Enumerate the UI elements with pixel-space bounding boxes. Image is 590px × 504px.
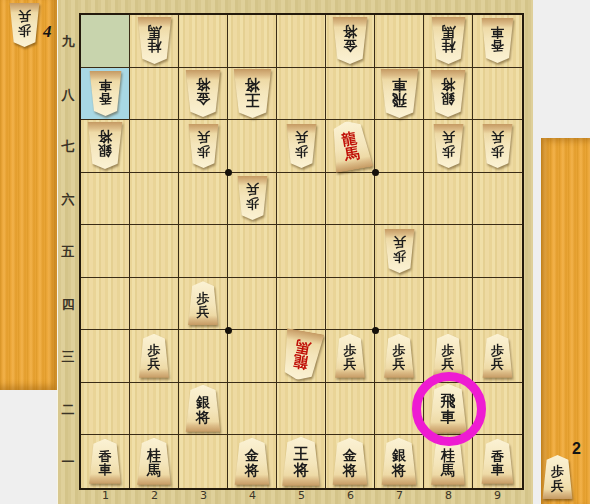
cell-5七[interactable]: 歩兵 <box>277 120 326 173</box>
cell-4三[interactable] <box>228 330 277 383</box>
cell-8六[interactable] <box>424 173 473 226</box>
cell-9八[interactable] <box>473 68 522 121</box>
piece-pawn-rotated[interactable]: 歩兵 <box>433 124 464 168</box>
bottom-player-komadai <box>541 138 590 504</box>
rank-label-1: 一 <box>58 453 78 471</box>
cell-4一[interactable]: 金将 <box>228 435 277 488</box>
cell-1九[interactable] <box>81 15 130 68</box>
cell-7四[interactable] <box>375 278 424 331</box>
cell-5五[interactable] <box>277 225 326 278</box>
star-point <box>225 169 232 176</box>
cell-5三[interactable]: 龍馬 <box>277 330 326 383</box>
piece-gold-rotated[interactable]: 金将 <box>185 70 221 117</box>
file-label-2: 2 <box>151 489 158 502</box>
cell-7七[interactable] <box>375 120 424 173</box>
cell-8九[interactable]: 桂馬 <box>424 15 473 68</box>
cell-3二[interactable]: 銀将 <box>179 383 228 436</box>
hand-piece-top-pawn[interactable]: 歩兵 <box>9 3 40 47</box>
cell-3七[interactable]: 歩兵 <box>179 120 228 173</box>
piece-promoted-bishop[interactable]: 龍馬 <box>327 118 374 173</box>
rank-label-8: 八 <box>58 86 78 104</box>
piece-silver-rotated[interactable]: 銀将 <box>87 122 123 169</box>
cell-4五[interactable] <box>228 225 277 278</box>
rank-label-4: 四 <box>58 296 78 314</box>
piece-pawn[interactable]: 歩兵 <box>335 334 366 378</box>
cell-1七[interactable]: 銀将 <box>81 120 130 173</box>
cell-5八[interactable] <box>277 68 326 121</box>
rank-label-3: 三 <box>58 348 78 366</box>
cell-2一[interactable]: 桂馬 <box>130 435 179 488</box>
cell-4六[interactable]: 歩兵 <box>228 173 277 226</box>
hand-count-bottom: 2 <box>572 440 581 458</box>
cell-1二[interactable] <box>81 383 130 436</box>
cell-1五[interactable] <box>81 225 130 278</box>
star-point <box>372 327 379 334</box>
hand-count-top: 4 <box>43 22 52 42</box>
cell-3一[interactable] <box>179 435 228 488</box>
piece-silver[interactable]: 銀将 <box>185 385 221 432</box>
cell-3五[interactable] <box>179 225 228 278</box>
cell-3四[interactable]: 歩兵 <box>179 278 228 331</box>
rank-label-7: 七 <box>58 138 78 156</box>
cell-8八[interactable]: 銀将 <box>424 68 473 121</box>
cell-4七[interactable] <box>228 120 277 173</box>
piece-silver[interactable]: 銀将 <box>381 438 417 485</box>
cell-3六[interactable] <box>179 173 228 226</box>
piece-lance[interactable]: 香車 <box>481 439 514 484</box>
cell-6五[interactable] <box>326 225 375 278</box>
cell-2九[interactable]: 桂馬 <box>130 15 179 68</box>
star-point <box>225 327 232 334</box>
cell-5六[interactable] <box>277 173 326 226</box>
piece-king[interactable]: 王将 <box>282 437 321 486</box>
piece-pawn-rotated[interactable]: 歩兵 <box>286 124 317 168</box>
cell-1四[interactable] <box>81 278 130 331</box>
board-grid: 桂馬金将桂馬香車香車金将王将飛車銀将銀将歩兵歩兵龍馬歩兵歩兵歩兵歩兵歩兵歩兵龍馬… <box>79 13 524 490</box>
cell-2五[interactable] <box>130 225 179 278</box>
file-label-1: 1 <box>102 489 109 502</box>
piece-pawn-rotated[interactable]: 歩兵 <box>237 176 268 220</box>
file-label-9: 9 <box>494 489 501 502</box>
piece-pawn[interactable]: 歩兵 <box>384 334 415 378</box>
cell-6九[interactable]: 金将 <box>326 15 375 68</box>
cell-6八[interactable] <box>326 68 375 121</box>
piece-pawn[interactable]: 歩兵 <box>188 281 219 325</box>
piece-lance[interactable]: 香車 <box>89 439 122 484</box>
file-label-8: 8 <box>445 489 452 502</box>
cell-7五[interactable]: 歩兵 <box>375 225 424 278</box>
piece-pawn[interactable]: 歩兵 <box>139 334 170 378</box>
shogi-app: 桂馬金将桂馬香車香車金将王将飛車銀将銀将歩兵歩兵龍馬歩兵歩兵歩兵歩兵歩兵歩兵龍馬… <box>0 0 590 504</box>
rank-label-5: 五 <box>58 243 78 261</box>
cell-3九[interactable] <box>179 15 228 68</box>
cell-2六[interactable] <box>130 173 179 226</box>
piece-knight-rotated[interactable]: 桂馬 <box>137 17 172 64</box>
cell-9三[interactable]: 歩兵 <box>473 330 522 383</box>
cell-5二[interactable] <box>277 383 326 436</box>
cell-1一[interactable]: 香車 <box>81 435 130 488</box>
annotation-circle <box>412 372 486 446</box>
piece-gold[interactable]: 金将 <box>332 438 368 485</box>
rank-label-9: 九 <box>58 33 78 51</box>
cell-7六[interactable] <box>375 173 424 226</box>
cell-7一[interactable]: 銀将 <box>375 435 424 488</box>
cell-2二[interactable] <box>130 383 179 436</box>
cell-2七[interactable] <box>130 120 179 173</box>
cell-6六[interactable] <box>326 173 375 226</box>
cell-6一[interactable]: 金将 <box>326 435 375 488</box>
cell-7九[interactable] <box>375 15 424 68</box>
cell-3三[interactable] <box>179 330 228 383</box>
piece-rook-rotated[interactable]: 飛車 <box>380 69 419 118</box>
shogi-board-panel: 桂馬金将桂馬香車香車金将王将飛車銀将銀将歩兵歩兵龍馬歩兵歩兵歩兵歩兵歩兵歩兵龍馬… <box>57 0 533 504</box>
cell-4九[interactable] <box>228 15 277 68</box>
cell-2八[interactable] <box>130 68 179 121</box>
cell-9六[interactable] <box>473 173 522 226</box>
file-label-6: 6 <box>347 489 354 502</box>
cell-6二[interactable] <box>326 383 375 436</box>
piece-pawn-rotated[interactable]: 歩兵 <box>384 229 415 273</box>
cell-5一[interactable]: 王将 <box>277 435 326 488</box>
star-point <box>372 169 379 176</box>
piece-knight-rotated[interactable]: 桂馬 <box>431 17 466 64</box>
file-label-5: 5 <box>298 489 305 502</box>
file-label-4: 4 <box>249 489 256 502</box>
top-player-komadai <box>0 0 57 390</box>
rank-label-2: 二 <box>58 401 78 419</box>
piece-pawn-rotated[interactable]: 歩兵 <box>9 3 40 47</box>
piece-pawn[interactable]: 歩兵 <box>482 334 513 378</box>
piece-silver-rotated[interactable]: 銀将 <box>430 70 466 117</box>
cell-8七[interactable]: 歩兵 <box>424 120 473 173</box>
piece-knight[interactable]: 桂馬 <box>137 438 172 485</box>
cell-9五[interactable] <box>473 225 522 278</box>
cell-9九[interactable]: 香車 <box>473 15 522 68</box>
piece-gold-rotated[interactable]: 金将 <box>332 17 368 64</box>
piece-pawn-rotated[interactable]: 歩兵 <box>188 124 219 168</box>
piece-lance-rotated[interactable]: 香車 <box>481 18 514 63</box>
cell-1八[interactable]: 香車 <box>81 68 130 121</box>
cell-7三[interactable]: 歩兵 <box>375 330 424 383</box>
cell-9一[interactable]: 香車 <box>473 435 522 488</box>
cell-4八[interactable]: 王将 <box>228 68 277 121</box>
piece-lance-rotated[interactable]: 香車 <box>89 71 122 116</box>
piece-promoted-bishop-rotated[interactable]: 龍馬 <box>278 328 325 383</box>
cell-8五[interactable] <box>424 225 473 278</box>
cell-5九[interactable] <box>277 15 326 68</box>
piece-pawn-rotated[interactable]: 歩兵 <box>482 124 513 168</box>
cell-6四[interactable] <box>326 278 375 331</box>
cell-6三[interactable]: 歩兵 <box>326 330 375 383</box>
cell-8四[interactable] <box>424 278 473 331</box>
cell-2三[interactable]: 歩兵 <box>130 330 179 383</box>
cell-5四[interactable] <box>277 278 326 331</box>
cell-1六[interactable] <box>81 173 130 226</box>
rank-label-6: 六 <box>58 191 78 209</box>
cell-4四[interactable] <box>228 278 277 331</box>
cell-9七[interactable]: 歩兵 <box>473 120 522 173</box>
piece-gold[interactable]: 金将 <box>234 438 270 485</box>
piece-king-rotated[interactable]: 王将 <box>233 69 272 118</box>
cell-4二[interactable] <box>228 383 277 436</box>
piece-pawn[interactable]: 歩兵 <box>542 455 573 499</box>
cell-2四[interactable] <box>130 278 179 331</box>
file-label-7: 7 <box>396 489 403 502</box>
hand-piece-bottom-pawn[interactable]: 歩兵 <box>542 455 573 499</box>
cell-3八[interactable]: 金将 <box>179 68 228 121</box>
file-label-3: 3 <box>200 489 207 502</box>
cell-7八[interactable]: 飛車 <box>375 68 424 121</box>
cell-1三[interactable] <box>81 330 130 383</box>
cell-9四[interactable] <box>473 278 522 331</box>
cell-6七[interactable]: 龍馬 <box>326 120 375 173</box>
